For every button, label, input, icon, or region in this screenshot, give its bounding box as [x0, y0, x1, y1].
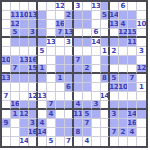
cell-r6c7[interactable]	[65, 56, 74, 65]
cell-r3c6[interactable]: 7	[56, 29, 65, 38]
cell-r2c7[interactable]	[65, 20, 74, 29]
cell-r7c9[interactable]: 2	[83, 65, 92, 74]
cell-r12c14[interactable]: 14	[128, 110, 137, 119]
cell-r7c6[interactable]	[56, 65, 65, 74]
cell-r7c13[interactable]	[119, 65, 128, 74]
cell-r13c10[interactable]	[92, 119, 101, 128]
cell-r15c7[interactable]: 7	[65, 137, 74, 146]
cell-r2c3[interactable]	[29, 20, 38, 29]
cell-r15c0[interactable]	[2, 137, 11, 146]
cell-r6c4[interactable]	[38, 56, 47, 65]
sudoku-board: 1231361110132514121613410537136121513314…	[0, 0, 148, 148]
cell-r11c2[interactable]	[20, 101, 29, 110]
cell-r15c13[interactable]	[119, 137, 128, 146]
cell-r14c6[interactable]	[56, 128, 65, 137]
cell-r0c8[interactable]: 3	[74, 2, 83, 11]
cell-r12c7[interactable]	[65, 110, 74, 119]
cell-r15c5[interactable]: 5	[47, 137, 56, 146]
cell-r10c0[interactable]: 7	[2, 92, 11, 101]
cell-r0c2[interactable]	[20, 2, 29, 11]
cell-r9c14[interactable]	[128, 83, 137, 92]
cell-r0c10[interactable]: 13	[92, 2, 101, 11]
cell-r2c11[interactable]	[101, 20, 110, 29]
cell-r6c5[interactable]	[47, 56, 56, 65]
cell-r3c4[interactable]	[38, 29, 47, 38]
cell-r2c13[interactable]: 4	[119, 20, 128, 29]
cell-r0c6[interactable]: 12	[56, 2, 65, 11]
cell-r5c14[interactable]	[128, 47, 137, 56]
cell-r5c10[interactable]	[92, 47, 101, 56]
cell-r3c9[interactable]	[83, 29, 92, 38]
cell-r7c3[interactable]: 15	[29, 65, 38, 74]
cell-r6c6[interactable]	[56, 56, 65, 65]
cell-r13c11[interactable]	[101, 119, 110, 128]
cell-r8c10[interactable]	[92, 74, 101, 83]
cell-r11c4[interactable]	[38, 101, 47, 110]
cell-r2c1[interactable]: 12	[11, 20, 20, 29]
cell-r6c1[interactable]	[11, 56, 20, 65]
cell-r14c5[interactable]	[47, 128, 56, 137]
cell-r9c12[interactable]: 12	[110, 83, 119, 92]
cell-r8c4[interactable]	[38, 74, 47, 83]
cell-r0c4[interactable]	[38, 2, 47, 11]
cell-r1c1[interactable]: 11	[11, 11, 20, 20]
cell-r15c8[interactable]	[74, 137, 83, 146]
cell-r9c4[interactable]	[38, 83, 47, 92]
cell-r0c0[interactable]	[2, 2, 11, 11]
cell-r5c12[interactable]: 2	[110, 47, 119, 56]
cell-r13c4[interactable]: 4	[38, 119, 47, 128]
cell-r4c13[interactable]	[119, 38, 128, 47]
cell-r1c0[interactable]	[2, 11, 11, 20]
cell-r7c0[interactable]	[2, 65, 11, 74]
cell-r14c4[interactable]: 14	[38, 128, 47, 137]
cell-r3c11[interactable]	[101, 29, 110, 38]
cell-r6c9[interactable]	[83, 56, 92, 65]
cell-r14c13[interactable]: 2	[119, 128, 128, 137]
cell-r6c13[interactable]	[119, 56, 128, 65]
cell-r8c7[interactable]	[65, 74, 74, 83]
cell-r0c9[interactable]	[83, 2, 92, 11]
cell-r15c1[interactable]	[11, 137, 20, 146]
cell-r5c8[interactable]	[74, 47, 83, 56]
cell-r1c11[interactable]: 5	[101, 11, 110, 20]
cell-r8c11[interactable]: 8	[101, 74, 110, 83]
cell-r11c12[interactable]	[110, 101, 119, 110]
cell-r12c12[interactable]: 3	[110, 110, 119, 119]
cell-r11c7[interactable]	[65, 101, 74, 110]
cell-r11c8[interactable]: 4	[74, 101, 83, 110]
cell-r3c3[interactable]: 3	[29, 29, 38, 38]
cell-r7c4[interactable]: 1	[38, 65, 47, 74]
cell-r11c14[interactable]	[128, 101, 137, 110]
cell-r7c10[interactable]	[92, 65, 101, 74]
cell-r5c4[interactable]: 5	[38, 47, 47, 56]
cell-r8c9[interactable]	[83, 74, 92, 83]
cell-r3c1[interactable]: 5	[11, 29, 20, 38]
cell-r12c6[interactable]	[56, 110, 65, 119]
cell-r9c8[interactable]	[74, 83, 83, 92]
cell-r13c2[interactable]	[20, 119, 29, 128]
cell-r3c15[interactable]	[137, 29, 146, 38]
cell-r15c15[interactable]	[137, 137, 146, 146]
cell-r15c9[interactable]: 4	[83, 137, 92, 146]
cell-r1c6[interactable]	[56, 11, 65, 20]
cell-r6c2[interactable]: 13	[20, 56, 29, 65]
cell-r5c13[interactable]	[119, 47, 128, 56]
cell-r14c7[interactable]	[65, 128, 74, 137]
cell-r13c13[interactable]	[119, 119, 128, 128]
cell-r3c13[interactable]: 12	[119, 29, 128, 38]
cell-r4c1[interactable]	[11, 38, 20, 47]
cell-r9c13[interactable]: 10	[119, 83, 128, 92]
cell-r6c10[interactable]	[92, 56, 101, 65]
cell-r10c11[interactable]: 14	[101, 92, 110, 101]
cell-r11c15[interactable]	[137, 101, 146, 110]
cell-r0c1[interactable]	[11, 2, 20, 11]
cell-r12c4[interactable]	[38, 110, 47, 119]
cell-r0c5[interactable]	[47, 2, 56, 11]
cell-r4c6[interactable]	[56, 38, 65, 47]
cell-r1c8[interactable]	[74, 11, 83, 20]
cell-r4c7[interactable]: 3	[65, 38, 74, 47]
cell-r2c12[interactable]: 13	[110, 20, 119, 29]
cell-r13c1[interactable]	[11, 119, 20, 128]
cell-r8c5[interactable]	[47, 74, 56, 83]
cell-r9c0[interactable]	[2, 83, 11, 92]
cell-r11c0[interactable]	[2, 101, 11, 110]
cell-r7c7[interactable]	[65, 65, 74, 74]
cell-r7c5[interactable]	[47, 65, 56, 74]
cell-r12c13[interactable]	[119, 110, 128, 119]
cell-r15c11[interactable]	[101, 137, 110, 146]
cell-r10c1[interactable]	[11, 92, 20, 101]
cell-r9c15[interactable]: 1	[137, 83, 146, 92]
cell-r1c14[interactable]	[128, 11, 137, 20]
cell-r5c0[interactable]	[2, 47, 11, 56]
cell-r1c5[interactable]	[47, 11, 56, 20]
cell-r7c14[interactable]	[128, 65, 137, 74]
cell-r11c11[interactable]	[101, 101, 110, 110]
cell-r8c1[interactable]	[11, 74, 20, 83]
cell-r0c13[interactable]: 6	[119, 2, 128, 11]
cell-r1c2[interactable]: 10	[20, 11, 29, 20]
cell-r3c7[interactable]: 13	[65, 29, 74, 38]
cell-r7c15[interactable]: 12	[137, 65, 146, 74]
cell-r8c6[interactable]: 1	[56, 74, 65, 83]
cell-r7c11[interactable]	[101, 65, 110, 74]
cell-r13c0[interactable]: 9	[2, 119, 11, 128]
cell-r14c15[interactable]	[137, 128, 146, 137]
cell-r12c9[interactable]: 5	[83, 110, 92, 119]
cell-r9c1[interactable]	[11, 83, 20, 92]
cell-r14c8[interactable]: 8	[74, 128, 83, 137]
cell-r5c15[interactable]: 3	[137, 47, 146, 56]
cell-r8c3[interactable]	[29, 74, 38, 83]
cell-r11c10[interactable]: 3	[92, 101, 101, 110]
cell-r4c2[interactable]	[20, 38, 29, 47]
cell-r4c8[interactable]	[74, 38, 83, 47]
cell-r4c15[interactable]	[137, 38, 146, 47]
cell-r0c3[interactable]	[29, 2, 38, 11]
cell-r14c2[interactable]	[20, 128, 29, 137]
cell-r15c6[interactable]	[56, 137, 65, 146]
cell-r13c9[interactable]: 7	[83, 119, 92, 128]
cell-r10c6[interactable]	[56, 92, 65, 101]
cell-r13c8[interactable]	[74, 119, 83, 128]
cell-r3c2[interactable]	[20, 29, 29, 38]
cell-r2c5[interactable]	[47, 20, 56, 29]
cell-r13c3[interactable]: 3	[29, 119, 38, 128]
cell-r6c12[interactable]	[110, 56, 119, 65]
cell-r15c2[interactable]: 14	[20, 137, 29, 146]
cell-r12c5[interactable]: 4	[47, 110, 56, 119]
cell-r2c9[interactable]	[83, 20, 92, 29]
cell-r4c14[interactable]: 11	[128, 38, 137, 47]
cell-r15c3[interactable]	[29, 137, 38, 146]
cell-r5c1[interactable]	[11, 47, 20, 56]
cell-r6c14[interactable]	[128, 56, 137, 65]
cell-r0c14[interactable]	[128, 2, 137, 11]
cell-r13c12[interactable]	[110, 119, 119, 128]
cell-r2c4[interactable]	[38, 20, 47, 29]
cell-r12c10[interactable]	[92, 110, 101, 119]
cell-r8c12[interactable]: 5	[110, 74, 119, 83]
cell-r10c13[interactable]	[119, 92, 128, 101]
cell-r10c9[interactable]	[83, 92, 92, 101]
cell-r13c6[interactable]	[56, 119, 65, 128]
cell-r13c14[interactable]: 16	[128, 119, 137, 128]
cell-r11c13[interactable]	[119, 101, 128, 110]
cell-r14c3[interactable]: 16	[29, 128, 38, 137]
cell-r9c11[interactable]	[101, 83, 110, 92]
cell-r8c0[interactable]: 13	[2, 74, 11, 83]
cell-r9c9[interactable]	[83, 83, 92, 92]
cell-r4c5[interactable]: 13	[47, 38, 56, 47]
cell-r10c2[interactable]	[20, 92, 29, 101]
cell-r4c9[interactable]	[83, 38, 92, 47]
cell-r10c7[interactable]	[65, 92, 74, 101]
cell-r2c14[interactable]	[128, 20, 137, 29]
cell-r9c7[interactable]: 6	[65, 83, 74, 92]
cell-r8c8[interactable]	[74, 74, 83, 83]
cell-r3c10[interactable]: 6	[92, 29, 101, 38]
cell-r10c12[interactable]	[110, 92, 119, 101]
cell-r4c10[interactable]: 14	[92, 38, 101, 47]
cell-r13c7[interactable]	[65, 119, 74, 128]
cell-r2c0[interactable]	[2, 20, 11, 29]
cell-r3c8[interactable]	[74, 29, 83, 38]
cell-r0c12[interactable]	[110, 2, 119, 11]
cell-r2c6[interactable]: 16	[56, 20, 65, 29]
cell-r1c7[interactable]: 2	[65, 11, 74, 20]
cell-r5c3[interactable]	[29, 47, 38, 56]
cell-r3c14[interactable]: 15	[128, 29, 137, 38]
cell-r6c11[interactable]	[101, 56, 110, 65]
cell-r4c0[interactable]	[2, 38, 11, 47]
cell-r8c13[interactable]	[119, 74, 128, 83]
cell-r0c15[interactable]	[137, 2, 146, 11]
cell-r12c3[interactable]	[29, 110, 38, 119]
cell-r5c11[interactable]: 1	[101, 47, 110, 56]
cell-r1c4[interactable]	[38, 11, 47, 20]
cell-r14c10[interactable]	[92, 128, 101, 137]
cell-r14c1[interactable]	[11, 128, 20, 137]
cell-r1c12[interactable]: 14	[110, 11, 119, 20]
cell-r14c12[interactable]: 7	[110, 128, 119, 137]
cell-r15c4[interactable]	[38, 137, 47, 146]
cell-r10c14[interactable]	[128, 92, 137, 101]
cell-r1c3[interactable]: 13	[29, 11, 38, 20]
cell-r15c12[interactable]	[110, 137, 119, 146]
cell-r15c14[interactable]	[128, 137, 137, 146]
cell-r2c10[interactable]	[92, 20, 101, 29]
cell-r6c15[interactable]	[137, 56, 146, 65]
cell-r3c0[interactable]	[2, 29, 11, 38]
cell-r10c10[interactable]	[92, 92, 101, 101]
cell-r4c11[interactable]	[101, 38, 110, 47]
cell-r4c3[interactable]	[29, 38, 38, 47]
cell-r7c8[interactable]	[74, 65, 83, 74]
cell-r6c3[interactable]: 16	[29, 56, 38, 65]
cell-r7c12[interactable]	[110, 65, 119, 74]
cell-r10c8[interactable]	[74, 92, 83, 101]
cell-r1c10[interactable]	[92, 11, 101, 20]
cell-r5c7[interactable]	[65, 47, 74, 56]
cell-r10c5[interactable]	[47, 92, 56, 101]
cell-r12c8[interactable]: 11	[74, 110, 83, 119]
cell-r11c5[interactable]: 7	[47, 101, 56, 110]
cell-r15c10[interactable]	[92, 137, 101, 146]
cell-r13c5[interactable]	[47, 119, 56, 128]
cell-r10c4[interactable]: 13	[38, 92, 47, 101]
cell-r13c15[interactable]	[137, 119, 146, 128]
cell-r0c7[interactable]	[65, 2, 74, 11]
cell-r10c3[interactable]: 12	[29, 92, 38, 101]
cell-r5c9[interactable]	[83, 47, 92, 56]
cell-r9c6[interactable]	[56, 83, 65, 92]
cell-r14c9[interactable]	[83, 128, 92, 137]
cell-r2c2[interactable]	[20, 20, 29, 29]
cell-r5c5[interactable]	[47, 47, 56, 56]
cell-r12c15[interactable]	[137, 110, 146, 119]
cell-r12c0[interactable]	[2, 110, 11, 119]
cell-r9c5[interactable]	[47, 83, 56, 92]
cell-r7c2[interactable]	[20, 65, 29, 74]
cell-r12c2[interactable]: 12	[20, 110, 29, 119]
cell-r3c12[interactable]	[110, 29, 119, 38]
cell-r5c2[interactable]	[20, 47, 29, 56]
cell-r12c11[interactable]	[101, 110, 110, 119]
cell-r11c9[interactable]	[83, 101, 92, 110]
cell-r5c6[interactable]	[56, 47, 65, 56]
cell-r11c6[interactable]	[56, 101, 65, 110]
cell-r14c11[interactable]	[101, 128, 110, 137]
cell-r2c8[interactable]	[74, 20, 83, 29]
cell-r2c15[interactable]: 10	[137, 20, 146, 29]
cell-r6c8[interactable]: 7	[74, 56, 83, 65]
cell-r4c12[interactable]	[110, 38, 119, 47]
cell-r3c5[interactable]	[47, 29, 56, 38]
cell-r4c4[interactable]	[38, 38, 47, 47]
cell-r8c2[interactable]	[20, 74, 29, 83]
cell-r7c1[interactable]: 7	[11, 65, 20, 74]
cell-r8c14[interactable]: 7	[128, 74, 137, 83]
cell-r14c0[interactable]	[2, 128, 11, 137]
cell-r9c2[interactable]	[20, 83, 29, 92]
cell-r11c3[interactable]	[29, 101, 38, 110]
cell-r14c14[interactable]: 4	[128, 128, 137, 137]
cell-r6c0[interactable]: 10	[2, 56, 11, 65]
cell-r10c15[interactable]	[137, 92, 146, 101]
cell-r1c15[interactable]	[137, 11, 146, 20]
cell-r11c1[interactable]: 16	[11, 101, 20, 110]
cell-r0c11[interactable]	[101, 2, 110, 11]
cell-r1c9[interactable]	[83, 11, 92, 20]
cell-r12c1[interactable]: 1	[11, 110, 20, 119]
cell-r9c3[interactable]	[29, 83, 38, 92]
cell-r8c15[interactable]	[137, 74, 146, 83]
cell-r1c13[interactable]	[119, 11, 128, 20]
cell-r9c10[interactable]	[92, 83, 101, 92]
